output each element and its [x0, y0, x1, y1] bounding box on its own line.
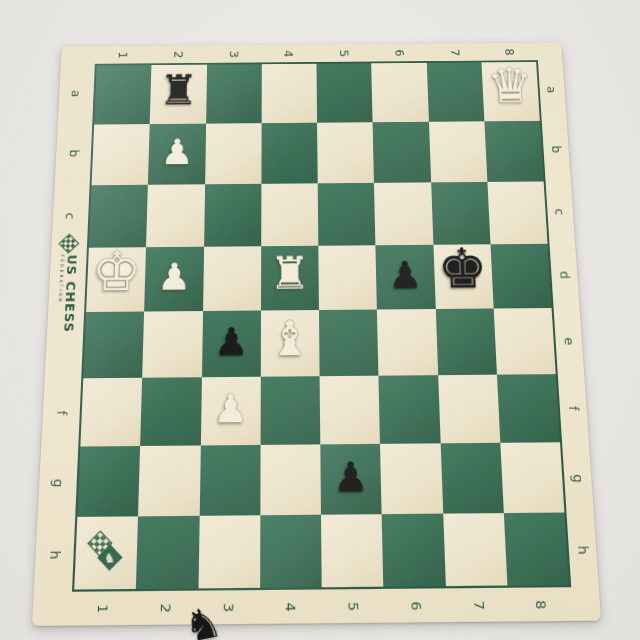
coordinate-label: 3 [206, 46, 261, 62]
square-d3[interactable] [203, 246, 261, 311]
square-a5[interactable] [317, 63, 373, 122]
square-b8[interactable] [484, 121, 543, 182]
square-a1[interactable] [94, 65, 152, 124]
square-d5[interactable] [318, 245, 377, 310]
square-g1[interactable] [77, 446, 140, 517]
square-b7[interactable] [428, 121, 487, 182]
white-queen-a8[interactable]: ♛ [486, 62, 535, 110]
coordinate-label: 7 [447, 594, 510, 615]
coordinate-label: 6 [371, 44, 427, 60]
square-c1[interactable] [89, 185, 148, 248]
logo-knight-icon: ♞ [104, 551, 116, 564]
coordinate-label: a [538, 60, 567, 119]
white-pawn-d2[interactable]: ♟ [157, 258, 192, 295]
chess-board: ♜♛♟♚♟♜♟♚♟♝♟♟♞ [72, 60, 571, 592]
square-b4[interactable] [261, 123, 318, 184]
square-a8[interactable]: ♛ [481, 62, 540, 121]
coordinate-label: 8 [509, 594, 573, 615]
black-pawn-g5[interactable]: ♟ [333, 457, 369, 498]
square-b3[interactable] [205, 123, 262, 184]
coordinate-label: 7 [427, 44, 483, 60]
black-king-d7[interactable]: ♚ [437, 242, 489, 297]
square-c8[interactable] [487, 181, 547, 244]
coordinate-label: b [542, 119, 571, 180]
us-chess-wordmark: US CHESS [62, 255, 79, 333]
square-f5[interactable] [320, 376, 381, 445]
square-c5[interactable] [318, 183, 376, 246]
square-f1[interactable] [80, 378, 142, 447]
coordinate-label: 2 [150, 46, 206, 62]
square-e5[interactable] [319, 310, 379, 377]
square-d2[interactable]: ♟ [144, 247, 203, 312]
square-e8[interactable] [493, 308, 555, 375]
square-c4[interactable] [261, 183, 318, 246]
square-h6[interactable] [382, 514, 445, 587]
square-a6[interactable] [371, 63, 428, 122]
square-f7[interactable] [438, 375, 500, 444]
white-king-d1[interactable]: ♚ [91, 245, 143, 300]
square-a3[interactable] [206, 64, 262, 123]
square-a2[interactable]: ♜ [150, 65, 207, 124]
white-pawn-f3[interactable]: ♟ [213, 389, 248, 429]
square-a7[interactable] [426, 62, 484, 121]
square-b6[interactable] [373, 122, 431, 183]
square-g4[interactable] [260, 444, 321, 515]
us-chess-corner-logo: ♞ [88, 534, 125, 572]
square-c2[interactable] [146, 184, 204, 247]
square-d4[interactable]: ♜ [261, 246, 319, 311]
square-b2[interactable]: ♟ [148, 124, 206, 185]
square-f6[interactable] [379, 375, 441, 444]
coordinate-label: f [558, 374, 589, 443]
white-pawn-b2[interactable]: ♟ [160, 135, 194, 170]
table-surface: 12345678 12345678 abcfgh abcdefgh US CHE… [0, 0, 640, 640]
square-d7[interactable]: ♚ [433, 244, 493, 309]
vinyl-chess-mat: 12345678 12345678 abcfgh abcdefgh US CHE… [32, 42, 601, 625]
coordinate-label: 4 [259, 596, 322, 617]
coordinate-label: d [549, 243, 579, 308]
coordinate-label: g [562, 443, 594, 514]
coordinate-label: g [41, 448, 76, 519]
square-h8[interactable] [504, 513, 569, 586]
coordinate-label: 1 [95, 47, 151, 63]
square-f4[interactable] [260, 376, 320, 445]
coordinate-label: 5 [322, 596, 385, 617]
coordinate-label: 1 [71, 598, 134, 619]
square-d8[interactable] [490, 244, 551, 309]
square-f8[interactable] [497, 374, 560, 443]
square-h2[interactable] [136, 516, 199, 589]
us-chess-margin-branding: US CHESS FEDERATION [47, 237, 86, 347]
square-h5[interactable] [321, 514, 384, 587]
square-d1[interactable]: ♚ [86, 247, 146, 312]
square-a4[interactable] [261, 64, 317, 123]
us-chess-diamond-icon [60, 235, 78, 253]
square-h1[interactable]: ♞ [74, 516, 138, 589]
coordinate-label: 5 [316, 45, 372, 61]
square-c3[interactable] [204, 184, 262, 247]
square-d6[interactable]: ♟ [376, 245, 436, 310]
coordinate-label: c [546, 180, 576, 243]
square-h7[interactable] [443, 513, 507, 586]
square-e7[interactable] [435, 309, 496, 376]
white-rook-d4[interactable]: ♜ [269, 251, 310, 296]
coordinate-label: h [37, 519, 72, 593]
square-e3[interactable]: ♟ [201, 311, 260, 378]
coordinate-label: e [554, 308, 585, 375]
coordinate-label: f [44, 379, 78, 448]
square-g2[interactable] [138, 445, 200, 516]
white-bishop-e4[interactable]: ♝ [268, 314, 311, 362]
square-h3[interactable] [198, 515, 260, 588]
black-rook-a2[interactable]: ♜ [158, 69, 198, 110]
black-pawn-e3[interactable]: ♟ [214, 323, 249, 361]
square-e2[interactable] [142, 311, 202, 378]
square-c7[interactable] [431, 182, 491, 245]
coordinate-label: h [567, 514, 599, 587]
square-h4[interactable] [260, 515, 322, 588]
black-pawn-d6[interactable]: ♟ [388, 257, 423, 294]
square-e6[interactable] [377, 309, 438, 376]
square-f3[interactable]: ♟ [200, 377, 260, 446]
square-g3[interactable] [199, 445, 260, 516]
square-c6[interactable] [374, 182, 433, 245]
coordinate-label: b [58, 123, 90, 184]
square-g7[interactable] [440, 443, 503, 514]
square-e4[interactable]: ♝ [261, 310, 320, 377]
square-b5[interactable] [317, 122, 374, 183]
rank-labels-bottom: 12345678 [71, 594, 573, 619]
square-g8[interactable] [500, 442, 564, 513]
coordinate-label: 4 [261, 45, 316, 61]
coordinate-label: a [61, 64, 92, 124]
square-g6[interactable] [380, 443, 442, 514]
square-e1[interactable] [83, 312, 144, 379]
square-f2[interactable] [140, 377, 201, 446]
coordinate-label: 6 [384, 595, 447, 616]
square-g5[interactable]: ♟ [320, 444, 382, 515]
square-b1[interactable] [92, 124, 150, 185]
